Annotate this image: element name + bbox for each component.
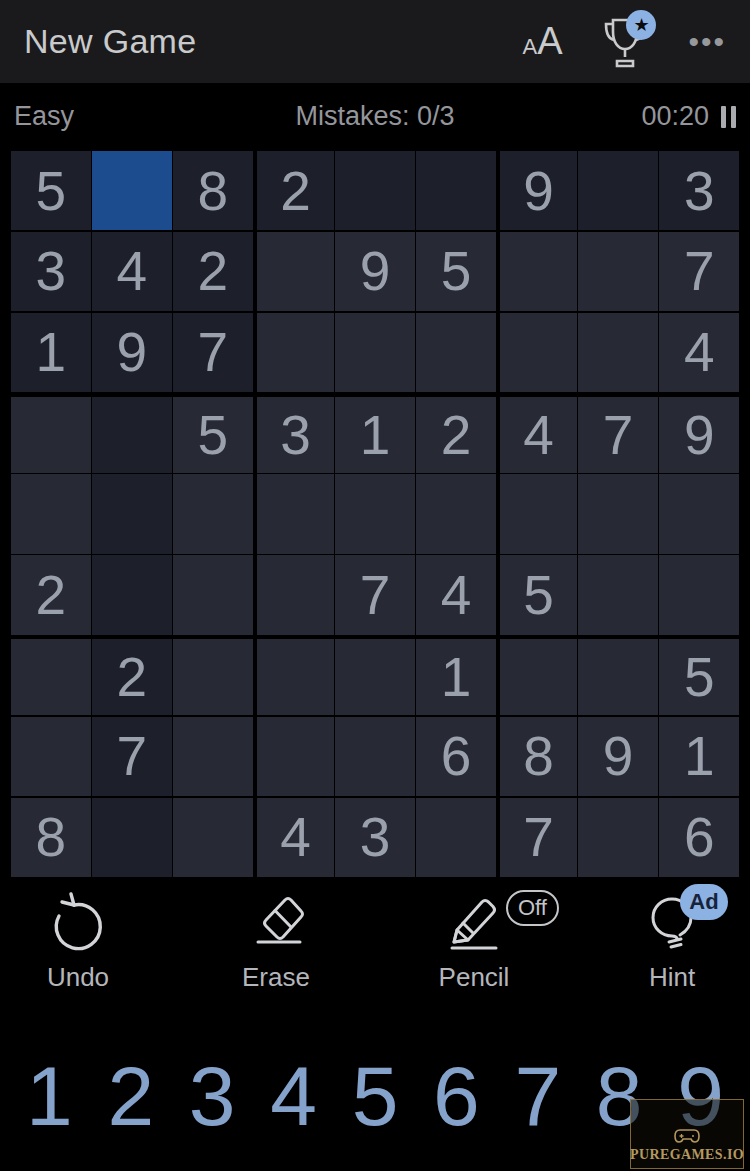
cell-r1c4[interactable]: 2 — [254, 151, 334, 230]
cell-r7c6[interactable]: 1 — [416, 636, 496, 715]
cell-r9c4[interactable]: 4 — [254, 798, 334, 877]
cell-r7c2[interactable]: 2 — [92, 636, 172, 715]
timer-label: 00:20 — [641, 101, 709, 132]
cell-r8c1[interactable] — [11, 717, 91, 796]
cell-r9c7[interactable]: 7 — [497, 798, 577, 877]
cell-r5c4[interactable] — [254, 474, 334, 553]
toolbar: Undo Erase Off Pencil Ad Hint — [0, 878, 750, 1040]
cell-r5c6[interactable] — [416, 474, 496, 553]
watermark: PUREGAMES.IO — [630, 1099, 744, 1169]
cell-r6c4[interactable] — [254, 555, 334, 634]
cell-r1c1[interactable]: 5 — [11, 151, 91, 230]
cell-r9c9[interactable]: 6 — [659, 798, 739, 877]
cell-r8c4[interactable] — [254, 717, 334, 796]
cell-r5c2[interactable] — [92, 474, 172, 553]
cell-r7c8[interactable] — [578, 636, 658, 715]
cell-r8c3[interactable] — [173, 717, 253, 796]
cell-r8c8[interactable]: 9 — [578, 717, 658, 796]
watermark-text: PUREGAMES.IO — [630, 1147, 744, 1163]
cell-r2c3[interactable]: 2 — [173, 232, 253, 311]
font-size-button[interactable]: AA — [522, 20, 562, 63]
cell-r1c5[interactable] — [335, 151, 415, 230]
hint-label: Hint — [649, 962, 695, 993]
cell-r1c3[interactable]: 8 — [173, 151, 253, 230]
undo-button[interactable]: Undo — [36, 892, 120, 1040]
cell-r5c1[interactable] — [11, 474, 91, 553]
cell-r5c9[interactable] — [659, 474, 739, 553]
cell-r1c7[interactable]: 9 — [497, 151, 577, 230]
eraser-icon — [244, 892, 308, 956]
cell-r1c6[interactable] — [416, 151, 496, 230]
cell-r4c1[interactable] — [11, 394, 91, 473]
hint-button[interactable]: Ad Hint — [630, 892, 714, 1040]
cell-r3c7[interactable] — [497, 313, 577, 392]
cell-r4c3[interactable]: 5 — [173, 394, 253, 473]
cell-r9c8[interactable] — [578, 798, 658, 877]
cell-r6c2[interactable] — [92, 555, 172, 634]
cell-r4c5[interactable]: 1 — [335, 394, 415, 473]
cell-r1c8[interactable] — [578, 151, 658, 230]
cell-r3c9[interactable]: 4 — [659, 313, 739, 392]
cell-r4c6[interactable]: 2 — [416, 394, 496, 473]
cell-r9c6[interactable] — [416, 798, 496, 877]
cell-r7c5[interactable] — [335, 636, 415, 715]
cell-r8c5[interactable] — [335, 717, 415, 796]
numpad-6[interactable]: 6 — [433, 1046, 480, 1171]
pencil-icon — [442, 892, 506, 956]
numpad-4[interactable]: 4 — [270, 1046, 317, 1171]
cell-r1c9[interactable]: 3 — [659, 151, 739, 230]
cell-r4c7[interactable]: 4 — [497, 394, 577, 473]
mistakes-label: Mistakes: 0/3 — [214, 101, 536, 132]
cell-r6c5[interactable]: 7 — [335, 555, 415, 634]
cell-r9c1[interactable]: 8 — [11, 798, 91, 877]
cell-r3c8[interactable] — [578, 313, 658, 392]
cell-r8c2[interactable]: 7 — [92, 717, 172, 796]
cell-r4c2[interactable] — [92, 394, 172, 473]
erase-button[interactable]: Erase — [234, 892, 318, 1040]
undo-label: Undo — [47, 962, 109, 993]
cell-r2c8[interactable] — [578, 232, 658, 311]
cell-r8c6[interactable]: 6 — [416, 717, 496, 796]
pause-button[interactable] — [721, 106, 736, 128]
cell-r2c9[interactable]: 7 — [659, 232, 739, 311]
gamepad-icon — [674, 1128, 700, 1144]
pencil-button[interactable]: Off Pencil — [432, 892, 516, 1040]
cell-r3c1[interactable]: 1 — [11, 313, 91, 392]
cell-r2c7[interactable] — [497, 232, 577, 311]
pencil-label: Pencil — [439, 962, 510, 993]
cell-r2c5[interactable]: 9 — [335, 232, 415, 311]
numpad-7[interactable]: 7 — [514, 1046, 561, 1171]
cell-r9c2[interactable] — [92, 798, 172, 877]
page-title: New Game — [24, 22, 522, 61]
sudoku-board: 582933429571974531247927452157689184376 — [10, 150, 740, 878]
cell-r6c3[interactable] — [173, 555, 253, 634]
numpad-2[interactable]: 2 — [107, 1046, 154, 1171]
numpad-1[interactable]: 1 — [26, 1046, 73, 1171]
cell-r5c7[interactable] — [497, 474, 577, 553]
cell-r2c6[interactable]: 5 — [416, 232, 496, 311]
cell-r4c9[interactable]: 9 — [659, 394, 739, 473]
cell-r9c3[interactable] — [173, 798, 253, 877]
numpad-3[interactable]: 3 — [189, 1046, 236, 1171]
difficulty-label[interactable]: Easy — [14, 101, 214, 132]
cell-r7c7[interactable] — [497, 636, 577, 715]
cell-r7c9[interactable]: 5 — [659, 636, 739, 715]
status-bar: Easy Mistakes: 0/3 00:20 — [0, 83, 750, 150]
cell-r3c6[interactable] — [416, 313, 496, 392]
cell-r2c4[interactable] — [254, 232, 334, 311]
cell-r6c7[interactable]: 5 — [497, 555, 577, 634]
undo-icon — [46, 892, 110, 956]
trophy-button[interactable]: ★ — [600, 14, 650, 70]
more-menu-button[interactable]: ••• — [688, 32, 726, 52]
cell-r6c8[interactable] — [578, 555, 658, 634]
hint-ad-badge: Ad — [680, 884, 728, 920]
cell-r2c2[interactable]: 4 — [92, 232, 172, 311]
cell-r6c6[interactable]: 4 — [416, 555, 496, 634]
cell-r7c1[interactable] — [11, 636, 91, 715]
cell-r3c5[interactable] — [335, 313, 415, 392]
cell-r5c3[interactable] — [173, 474, 253, 553]
header: New Game AA ★ ••• — [0, 0, 750, 83]
numpad-5[interactable]: 5 — [352, 1046, 399, 1171]
cell-r9c5[interactable]: 3 — [335, 798, 415, 877]
cell-r4c8[interactable]: 7 — [578, 394, 658, 473]
cell-r7c4[interactable] — [254, 636, 334, 715]
erase-label: Erase — [242, 962, 310, 993]
cell-r3c2[interactable]: 9 — [92, 313, 172, 392]
cell-r6c9[interactable] — [659, 555, 739, 634]
trophy-star-badge: ★ — [626, 10, 656, 40]
cell-r7c3[interactable] — [173, 636, 253, 715]
cell-r4c4[interactable]: 3 — [254, 394, 334, 473]
cell-r6c1[interactable]: 2 — [11, 555, 91, 634]
cell-r5c5[interactable] — [335, 474, 415, 553]
cell-r2c1[interactable]: 3 — [11, 232, 91, 311]
cell-r8c9[interactable]: 1 — [659, 717, 739, 796]
cell-r5c8[interactable] — [578, 474, 658, 553]
cell-r3c4[interactable] — [254, 313, 334, 392]
pencil-off-badge: Off — [506, 890, 559, 926]
cell-r3c3[interactable]: 7 — [173, 313, 253, 392]
cell-r1c2[interactable] — [92, 151, 172, 230]
cell-r8c7[interactable]: 8 — [497, 717, 577, 796]
